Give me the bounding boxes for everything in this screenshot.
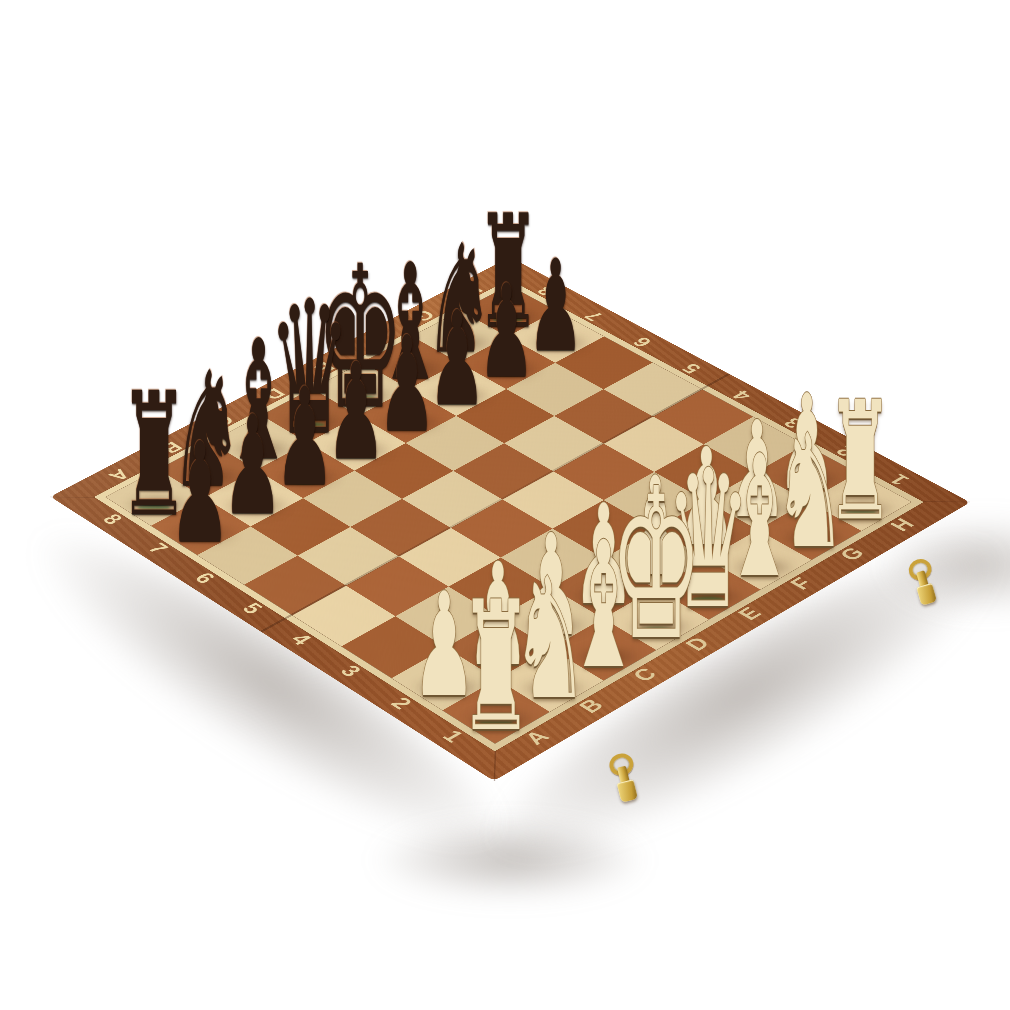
- latch-plate-icon: [916, 583, 937, 606]
- latch-plate-icon: [617, 779, 638, 803]
- latches-layer: [0, 0, 1010, 1010]
- chess-set-photo: AA88BB77CC66DD55EE44FF33GG22HH11 ♜♞♝♛♚♝♞…: [0, 0, 1010, 1010]
- brass-latch: [603, 750, 649, 809]
- brass-latch: [903, 555, 948, 611]
